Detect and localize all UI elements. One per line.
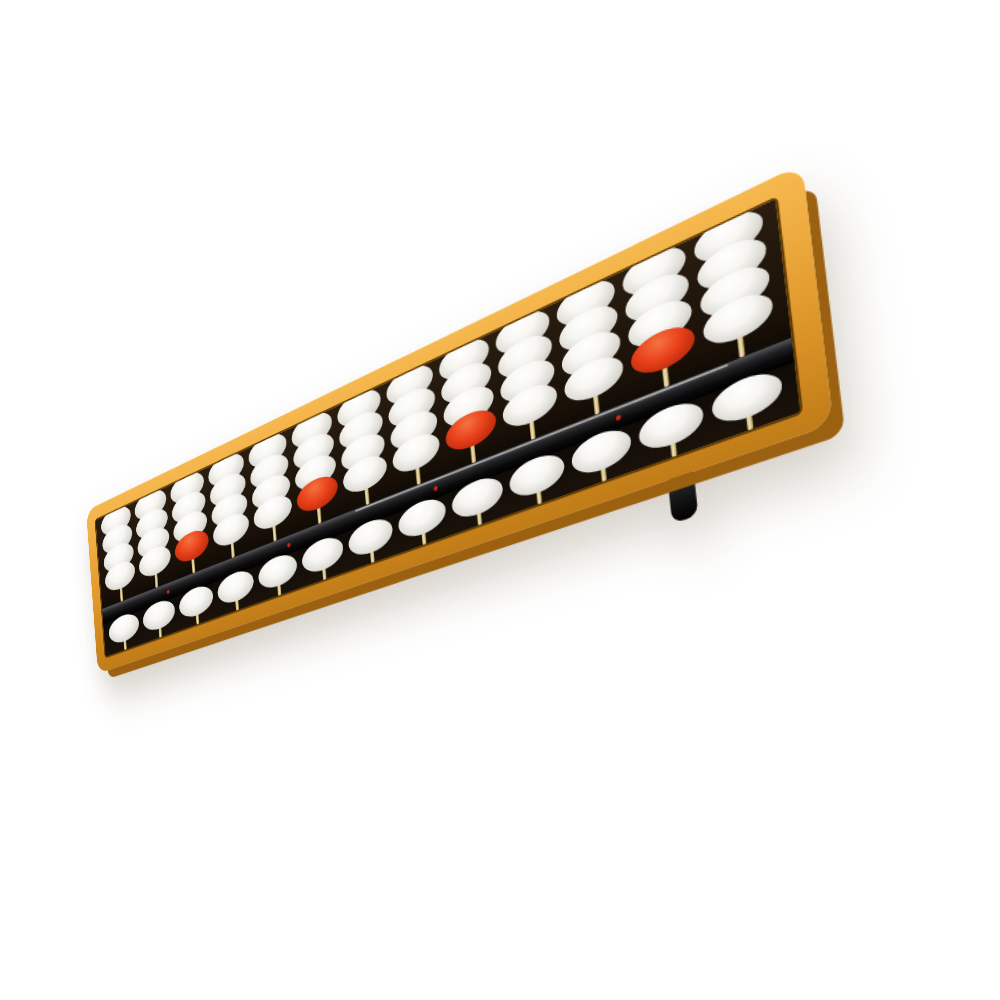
abacus-well [95,196,804,659]
beam-unit-dot-rod12 [616,414,622,421]
abacus-frame [86,163,833,673]
photo-canvas [0,0,1000,1000]
beam-unit-dot-rod6 [287,543,291,548]
abacus-board [80,320,849,635]
abacus-board-tilt [86,163,833,673]
beam-unit-dot-rod3 [167,589,170,594]
beam-unit-dot-rod9 [434,485,438,491]
